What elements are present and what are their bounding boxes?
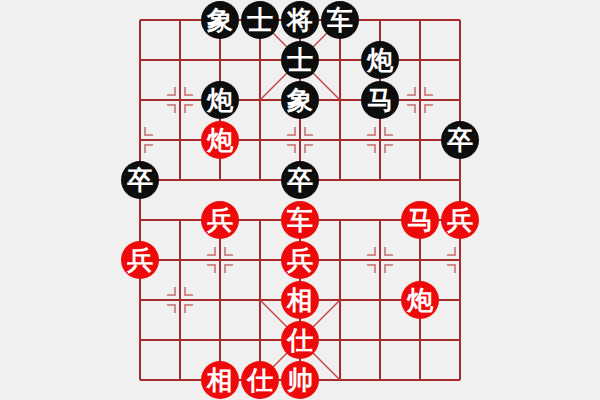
piece-red-soldier[interactable]: 兵 xyxy=(201,201,239,239)
pieces-layer: 象士将车士炮炮象马炮卒卒卒兵车马兵兵兵相炮仕相仕帅 xyxy=(0,0,600,400)
piece-black-soldier[interactable]: 卒 xyxy=(121,161,159,199)
xiangqi-board-diagram: 象士将车士炮炮象马炮卒卒卒兵车马兵兵兵相炮仕相仕帅 xyxy=(0,0,600,400)
piece-black-advisor[interactable]: 士 xyxy=(281,41,319,79)
piece-black-elephant[interactable]: 象 xyxy=(281,81,319,119)
piece-black-horse[interactable]: 马 xyxy=(361,81,399,119)
piece-red-chariot[interactable]: 车 xyxy=(281,201,319,239)
piece-black-soldier[interactable]: 卒 xyxy=(441,121,479,159)
piece-black-advisor[interactable]: 士 xyxy=(241,1,279,39)
piece-red-horse[interactable]: 马 xyxy=(401,201,439,239)
piece-red-general[interactable]: 帅 xyxy=(281,361,319,399)
piece-red-advisor[interactable]: 仕 xyxy=(241,361,279,399)
piece-red-soldier[interactable]: 兵 xyxy=(441,201,479,239)
piece-red-elephant[interactable]: 相 xyxy=(281,281,319,319)
piece-red-soldier[interactable]: 兵 xyxy=(121,241,159,279)
piece-black-chariot[interactable]: 车 xyxy=(321,1,359,39)
piece-red-cannon[interactable]: 炮 xyxy=(201,121,239,159)
piece-red-elephant[interactable]: 相 xyxy=(201,361,239,399)
piece-black-elephant[interactable]: 象 xyxy=(201,1,239,39)
piece-red-cannon[interactable]: 炮 xyxy=(401,281,439,319)
piece-black-cannon[interactable]: 炮 xyxy=(361,41,399,79)
piece-black-cannon[interactable]: 炮 xyxy=(201,81,239,119)
piece-black-soldier[interactable]: 卒 xyxy=(281,161,319,199)
piece-red-soldier[interactable]: 兵 xyxy=(281,241,319,279)
piece-black-general[interactable]: 将 xyxy=(281,1,319,39)
piece-red-advisor[interactable]: 仕 xyxy=(281,321,319,359)
